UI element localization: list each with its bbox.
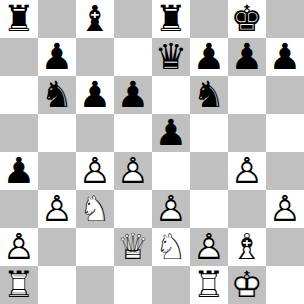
piece-white-pawn-icon: ♟♙	[0, 228, 38, 266]
square-g1[interactable]: ♚♔	[228, 266, 266, 304]
piece-black-knight-icon: ♞	[190, 76, 228, 114]
square-a7[interactable]	[0, 38, 38, 76]
square-f1[interactable]: ♜♖	[190, 266, 228, 304]
square-a6[interactable]	[0, 76, 38, 114]
square-b1[interactable]	[38, 266, 76, 304]
square-e6[interactable]	[152, 76, 190, 114]
square-e8[interactable]: ♜	[152, 0, 190, 38]
square-f8[interactable]	[190, 0, 228, 38]
piece-white-pawn-icon: ♟♙	[152, 190, 190, 228]
piece-black-pawn-icon: ♟	[266, 38, 304, 76]
piece-black-pawn-icon: ♟	[38, 38, 76, 76]
piece-black-rook-icon: ♜	[0, 0, 38, 38]
square-h4[interactable]	[266, 152, 304, 190]
square-b7[interactable]: ♟	[38, 38, 76, 76]
piece-black-pawn-icon: ♟	[190, 38, 228, 76]
square-e5[interactable]: ♟	[152, 114, 190, 152]
square-e2[interactable]: ♞♘	[152, 228, 190, 266]
square-f2[interactable]: ♟♙	[190, 228, 228, 266]
square-f5[interactable]	[190, 114, 228, 152]
square-e3[interactable]: ♟♙	[152, 190, 190, 228]
piece-black-pawn-icon: ♟	[152, 114, 190, 152]
piece-white-pawn-icon: ♟♙	[190, 228, 228, 266]
square-g2[interactable]: ♝♗	[228, 228, 266, 266]
piece-white-bishop-icon: ♝♗	[228, 228, 266, 266]
square-c7[interactable]	[76, 38, 114, 76]
piece-white-queen-icon: ♛♕	[114, 228, 152, 266]
piece-black-bishop-icon: ♝	[76, 0, 114, 38]
piece-white-pawn-icon: ♟♙	[76, 152, 114, 190]
square-c6[interactable]: ♟	[76, 76, 114, 114]
square-a4[interactable]: ♟	[0, 152, 38, 190]
square-g8[interactable]: ♚	[228, 0, 266, 38]
piece-black-pawn-icon: ♟	[76, 76, 114, 114]
square-b8[interactable]	[38, 0, 76, 38]
square-d3[interactable]	[114, 190, 152, 228]
square-g6[interactable]	[228, 76, 266, 114]
piece-white-rook-icon: ♜♖	[0, 266, 38, 304]
square-a1[interactable]: ♜♖	[0, 266, 38, 304]
square-c1[interactable]	[76, 266, 114, 304]
piece-white-king-icon: ♚♔	[228, 266, 266, 304]
square-d7[interactable]	[114, 38, 152, 76]
square-d4[interactable]: ♟♙	[114, 152, 152, 190]
square-a2[interactable]: ♟♙	[0, 228, 38, 266]
piece-black-rook-icon: ♜	[152, 0, 190, 38]
chess-board: ♜♝♜♚♟♛♟♟♟♞♟♟♞♟♟♟♙♟♙♟♙♟♙♞♘♟♙♟♙♟♙♛♕♞♘♟♙♝♗♜…	[0, 0, 304, 304]
square-d2[interactable]: ♛♕	[114, 228, 152, 266]
square-a5[interactable]	[0, 114, 38, 152]
piece-white-pawn-icon: ♟♙	[266, 190, 304, 228]
square-h1[interactable]	[266, 266, 304, 304]
piece-white-knight-icon: ♞♘	[76, 190, 114, 228]
square-h3[interactable]: ♟♙	[266, 190, 304, 228]
piece-black-king-icon: ♚	[228, 0, 266, 38]
piece-white-knight-icon: ♞♘	[152, 228, 190, 266]
square-e7[interactable]: ♛	[152, 38, 190, 76]
square-d5[interactable]	[114, 114, 152, 152]
square-b2[interactable]	[38, 228, 76, 266]
square-f3[interactable]	[190, 190, 228, 228]
square-h8[interactable]	[266, 0, 304, 38]
piece-white-pawn-icon: ♟♙	[38, 190, 76, 228]
piece-white-pawn-icon: ♟♙	[114, 152, 152, 190]
piece-black-pawn-icon: ♟	[0, 152, 38, 190]
square-c2[interactable]	[76, 228, 114, 266]
piece-white-rook-icon: ♜♖	[190, 266, 228, 304]
square-h5[interactable]	[266, 114, 304, 152]
square-h7[interactable]: ♟	[266, 38, 304, 76]
square-h6[interactable]	[266, 76, 304, 114]
square-b3[interactable]: ♟♙	[38, 190, 76, 228]
square-a8[interactable]: ♜	[0, 0, 38, 38]
piece-black-pawn-icon: ♟	[114, 76, 152, 114]
square-b5[interactable]	[38, 114, 76, 152]
piece-black-knight-icon: ♞	[38, 76, 76, 114]
square-c4[interactable]: ♟♙	[76, 152, 114, 190]
square-f6[interactable]: ♞	[190, 76, 228, 114]
square-a3[interactable]	[0, 190, 38, 228]
square-g5[interactable]	[228, 114, 266, 152]
piece-white-pawn-icon: ♟♙	[228, 152, 266, 190]
piece-black-queen-icon: ♛	[152, 38, 190, 76]
square-e4[interactable]	[152, 152, 190, 190]
square-g7[interactable]: ♟	[228, 38, 266, 76]
square-g4[interactable]: ♟♙	[228, 152, 266, 190]
piece-black-pawn-icon: ♟	[228, 38, 266, 76]
square-c8[interactable]: ♝	[76, 0, 114, 38]
square-c5[interactable]	[76, 114, 114, 152]
square-d6[interactable]: ♟	[114, 76, 152, 114]
square-b6[interactable]: ♞	[38, 76, 76, 114]
square-f4[interactable]	[190, 152, 228, 190]
square-f7[interactable]: ♟	[190, 38, 228, 76]
square-g3[interactable]	[228, 190, 266, 228]
square-d8[interactable]	[114, 0, 152, 38]
square-d1[interactable]	[114, 266, 152, 304]
square-h2[interactable]	[266, 228, 304, 266]
square-c3[interactable]: ♞♘	[76, 190, 114, 228]
square-e1[interactable]	[152, 266, 190, 304]
square-b4[interactable]	[38, 152, 76, 190]
